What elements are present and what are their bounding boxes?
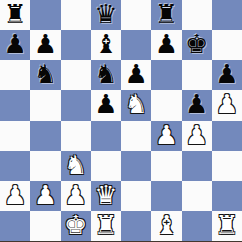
square-g3[interactable] <box>182 151 212 181</box>
piece-black-knight[interactable]: ♞ <box>34 61 57 87</box>
square-h2[interactable] <box>212 181 242 211</box>
square-c5[interactable] <box>61 90 91 120</box>
square-a8[interactable]: ♜ <box>0 0 30 30</box>
square-f6[interactable] <box>151 60 181 90</box>
square-c7[interactable] <box>61 30 91 60</box>
square-g8[interactable] <box>182 0 212 30</box>
piece-black-pawn[interactable]: ♟ <box>155 31 178 57</box>
square-h4[interactable] <box>212 121 242 151</box>
square-c4[interactable] <box>61 121 91 151</box>
square-c8[interactable] <box>61 0 91 30</box>
square-a2[interactable]: ♟ <box>0 181 30 211</box>
square-d1[interactable]: ♜ <box>91 211 121 241</box>
piece-white-bishop[interactable]: ♝ <box>155 212 178 238</box>
square-h6[interactable]: ♟ <box>212 60 242 90</box>
piece-white-king[interactable]: ♚ <box>64 212 87 238</box>
square-e8[interactable] <box>121 0 151 30</box>
square-g5[interactable]: ♟ <box>182 90 212 120</box>
piece-black-bishop[interactable]: ♝ <box>94 31 117 57</box>
piece-white-pawn[interactable]: ♟ <box>215 91 238 117</box>
square-h8[interactable] <box>212 0 242 30</box>
piece-black-pawn[interactable]: ♟ <box>185 91 208 117</box>
square-e7[interactable] <box>121 30 151 60</box>
square-d2[interactable]: ♛ <box>91 181 121 211</box>
piece-black-pawn[interactable]: ♟ <box>3 31 26 57</box>
piece-white-knight[interactable]: ♞ <box>64 152 87 178</box>
piece-black-rook[interactable]: ♜ <box>3 1 26 27</box>
square-c6[interactable] <box>61 60 91 90</box>
square-h1[interactable]: ♜ <box>212 211 242 241</box>
square-a3[interactable] <box>0 151 30 181</box>
piece-black-pawn[interactable]: ♟ <box>94 91 117 117</box>
piece-black-king[interactable]: ♚ <box>185 31 208 57</box>
square-e3[interactable] <box>121 151 151 181</box>
square-e4[interactable] <box>121 121 151 151</box>
piece-white-rook[interactable]: ♜ <box>94 212 117 238</box>
square-d4[interactable] <box>91 121 121 151</box>
square-f2[interactable] <box>151 181 181 211</box>
square-a5[interactable] <box>0 90 30 120</box>
square-b8[interactable] <box>30 0 60 30</box>
square-d3[interactable] <box>91 151 121 181</box>
piece-white-pawn[interactable]: ♟ <box>34 182 57 208</box>
square-f5[interactable] <box>151 90 181 120</box>
square-e6[interactable]: ♟ <box>121 60 151 90</box>
square-f4[interactable]: ♟ <box>151 121 181 151</box>
square-a1[interactable] <box>0 211 30 241</box>
square-c3[interactable]: ♞ <box>61 151 91 181</box>
square-f7[interactable]: ♟ <box>151 30 181 60</box>
piece-white-pawn[interactable]: ♟ <box>185 122 208 148</box>
square-h7[interactable] <box>212 30 242 60</box>
square-a7[interactable]: ♟ <box>0 30 30 60</box>
square-f1[interactable]: ♝ <box>151 211 181 241</box>
piece-black-knight[interactable]: ♞ <box>94 61 117 87</box>
piece-black-pawn[interactable]: ♟ <box>124 61 147 87</box>
piece-black-rook[interactable]: ♜ <box>155 1 178 27</box>
square-b7[interactable]: ♟ <box>30 30 60 60</box>
square-e1[interactable] <box>121 211 151 241</box>
piece-white-rook[interactable]: ♜ <box>215 212 238 238</box>
piece-black-pawn[interactable]: ♟ <box>34 31 57 57</box>
square-g6[interactable] <box>182 60 212 90</box>
square-g1[interactable] <box>182 211 212 241</box>
square-g2[interactable] <box>182 181 212 211</box>
square-f3[interactable] <box>151 151 181 181</box>
chess-board: ♜♛♜♟♟♝♟♚♞♞♟♟♟♞♟♟♟♟♞♟♟♟♛♚♜♝♜ <box>0 0 242 242</box>
piece-white-pawn[interactable]: ♟ <box>155 122 178 148</box>
piece-white-pawn[interactable]: ♟ <box>64 182 87 208</box>
square-d5[interactable]: ♟ <box>91 90 121 120</box>
piece-black-pawn[interactable]: ♟ <box>215 61 238 87</box>
square-f8[interactable]: ♜ <box>151 0 181 30</box>
square-e5[interactable]: ♞ <box>121 90 151 120</box>
square-a4[interactable] <box>0 121 30 151</box>
square-g7[interactable]: ♚ <box>182 30 212 60</box>
square-d6[interactable]: ♞ <box>91 60 121 90</box>
square-h5[interactable]: ♟ <box>212 90 242 120</box>
square-d8[interactable]: ♛ <box>91 0 121 30</box>
piece-white-knight[interactable]: ♞ <box>124 91 147 117</box>
square-b1[interactable] <box>30 211 60 241</box>
square-b6[interactable]: ♞ <box>30 60 60 90</box>
square-e2[interactable] <box>121 181 151 211</box>
square-g4[interactable]: ♟ <box>182 121 212 151</box>
square-b3[interactable] <box>30 151 60 181</box>
piece-white-pawn[interactable]: ♟ <box>3 182 26 208</box>
square-b4[interactable] <box>30 121 60 151</box>
square-b5[interactable] <box>30 90 60 120</box>
square-c2[interactable]: ♟ <box>61 181 91 211</box>
square-c1[interactable]: ♚ <box>61 211 91 241</box>
square-h3[interactable] <box>212 151 242 181</box>
piece-black-queen[interactable]: ♛ <box>94 1 117 27</box>
piece-white-queen[interactable]: ♛ <box>94 182 117 208</box>
square-d7[interactable]: ♝ <box>91 30 121 60</box>
square-b2[interactable]: ♟ <box>30 181 60 211</box>
square-a6[interactable] <box>0 60 30 90</box>
